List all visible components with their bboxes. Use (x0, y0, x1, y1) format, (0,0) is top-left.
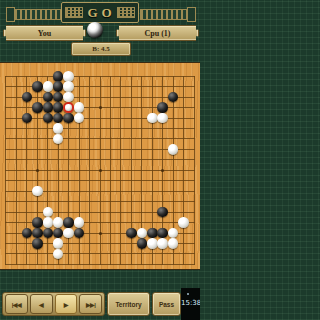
black-stone (63, 217, 74, 228)
grid-line-vertical (120, 76, 121, 265)
black-stone (168, 92, 179, 103)
banner-end-ornament-right (187, 7, 196, 22)
white-stone (53, 249, 64, 260)
player-right-name: Cpu (1) (144, 29, 170, 38)
black-stone (137, 238, 148, 249)
banner-wing-left (14, 9, 62, 20)
go-board[interactable] (0, 62, 200, 270)
last-move-button[interactable]: ▶▶| (79, 294, 102, 314)
white-stone (137, 228, 148, 239)
black-stone (43, 113, 54, 124)
white-stone (157, 113, 168, 124)
grid-line-horizontal (5, 253, 194, 254)
black-stone (22, 92, 33, 103)
score-text: B: 4.5 (92, 45, 110, 53)
white-stone-last-move (63, 102, 74, 113)
black-stone (22, 113, 33, 124)
white-stone (74, 102, 85, 113)
black-stone (43, 102, 54, 113)
white-stone (157, 238, 168, 249)
white-stone (63, 81, 74, 92)
grid-line-vertical (183, 76, 184, 265)
black-stone (53, 81, 64, 92)
pass-button[interactable]: Pass (152, 292, 181, 316)
black-stone (63, 113, 74, 124)
first-move-button[interactable]: |◀◀ (5, 294, 28, 314)
white-stone (63, 228, 74, 239)
grid-line-vertical (194, 76, 195, 265)
black-stone (147, 228, 158, 239)
black-stone (53, 102, 64, 113)
black-stone (22, 228, 33, 239)
white-stone (53, 134, 64, 145)
turn-stone-icon (87, 22, 103, 38)
grid-line-vertical (110, 76, 111, 265)
white-stone (63, 71, 74, 82)
score-plaque: B: 4.5 (71, 42, 131, 56)
white-stone (168, 144, 179, 155)
move-nav-panel: |◀◀ ◀ ▶ ▶▶| (2, 292, 105, 316)
black-stone (53, 92, 64, 103)
black-stone (126, 228, 137, 239)
black-stone (157, 228, 168, 239)
white-stone (178, 217, 189, 228)
white-stone (147, 238, 158, 249)
app-title: GO (84, 5, 115, 21)
territory-button[interactable]: Territory (107, 292, 150, 316)
star-point (99, 106, 102, 109)
white-stone (53, 123, 64, 134)
black-stone (32, 81, 43, 92)
star-point (99, 169, 102, 172)
white-stone (74, 217, 85, 228)
black-stone (157, 102, 168, 113)
white-stone (63, 92, 74, 103)
star-point (99, 232, 102, 235)
black-stone (32, 217, 43, 228)
black-stone (157, 207, 168, 218)
black-stone (32, 102, 43, 113)
white-stone (43, 207, 54, 218)
star-point (161, 169, 164, 172)
white-stone (74, 113, 85, 124)
player-right-plaque: Cpu (1) (116, 25, 199, 41)
black-stone (53, 113, 64, 124)
white-stone (32, 186, 43, 197)
pass-button-label: Pass (159, 301, 174, 308)
player-left-plaque: You (3, 25, 86, 41)
black-stone (74, 228, 85, 239)
white-stone (43, 81, 54, 92)
white-stone (168, 238, 179, 249)
white-stone (168, 228, 179, 239)
black-stone (53, 71, 64, 82)
white-stone (43, 217, 54, 228)
black-stone (53, 228, 64, 239)
next-move-button[interactable]: ▶ (55, 294, 78, 314)
system-clock: 15:38 (181, 299, 200, 307)
black-stone (43, 92, 54, 103)
status-icon (187, 293, 189, 295)
white-stone (53, 217, 64, 228)
logo-plaque: GO (61, 2, 139, 23)
territory-button-label: Territory (115, 301, 141, 308)
go-app-screen: { "game": "go", "header": { "title": "GO… (0, 0, 200, 320)
logo-ornament-right (117, 7, 135, 18)
banner-wing-right (140, 9, 188, 20)
prev-move-button[interactable]: ◀ (30, 294, 53, 314)
grid-line-horizontal (5, 201, 194, 202)
player-left-name: You (38, 29, 51, 38)
black-stone (32, 238, 43, 249)
grid-line-horizontal (5, 180, 194, 181)
logo-ornament-left (65, 7, 83, 18)
system-status-corner: 15:38 (181, 288, 200, 320)
grid-line-horizontal (5, 264, 194, 265)
star-point (36, 169, 39, 172)
black-stone (32, 228, 43, 239)
black-stone (43, 228, 54, 239)
white-stone (53, 238, 64, 249)
white-stone (147, 113, 158, 124)
